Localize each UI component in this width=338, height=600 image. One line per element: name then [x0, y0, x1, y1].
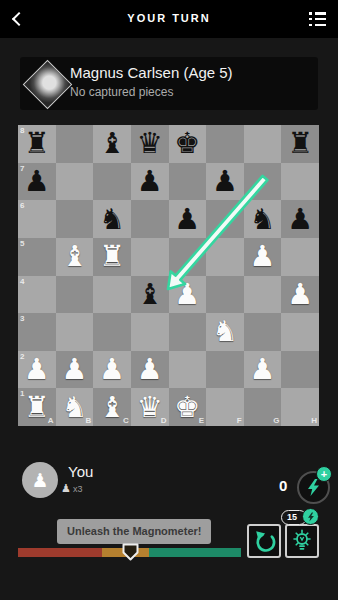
- file-label: B: [85, 416, 91, 425]
- square-c3[interactable]: [93, 313, 131, 351]
- top-bar: YOUR TURN: [0, 0, 338, 38]
- square-b4[interactable]: [56, 276, 94, 314]
- rank-label: 7: [20, 164, 24, 173]
- square-e2[interactable]: [169, 351, 207, 389]
- hint-button[interactable]: [285, 524, 319, 558]
- you-name: You: [68, 463, 93, 480]
- square-g1[interactable]: G: [244, 388, 282, 426]
- square-g2[interactable]: ♟: [244, 351, 282, 389]
- white-r-piece: ♜: [99, 242, 125, 271]
- square-f1[interactable]: F: [206, 388, 244, 426]
- opponent-name: Magnus Carlsen (Age 5): [70, 64, 233, 81]
- rank-label: 8: [20, 126, 24, 135]
- square-e7[interactable]: [169, 163, 207, 201]
- square-c7[interactable]: [93, 163, 131, 201]
- rank-label: 1: [20, 389, 24, 398]
- menu-button[interactable]: [309, 12, 326, 26]
- square-e5[interactable]: [169, 238, 207, 276]
- square-d1[interactable]: D♛: [131, 388, 169, 426]
- file-label: F: [237, 416, 242, 425]
- white-k-piece: ♚: [174, 393, 200, 422]
- white-n-piece: ♞: [61, 393, 87, 422]
- white-p-piece: ♟: [250, 355, 276, 384]
- square-h4[interactable]: ♟: [281, 276, 319, 314]
- square-a4[interactable]: 4: [18, 276, 56, 314]
- you-avatar: ♟: [22, 462, 58, 498]
- square-f8[interactable]: [206, 125, 244, 163]
- page-title: YOUR TURN: [0, 12, 338, 24]
- square-c4[interactable]: [93, 276, 131, 314]
- captured-count: x3: [73, 484, 83, 494]
- white-p-piece: ♟: [250, 242, 276, 271]
- square-b5[interactable]: ♝: [56, 238, 94, 276]
- square-d7[interactable]: ♟: [131, 163, 169, 201]
- white-p-piece: ♟: [174, 280, 200, 309]
- black-p-piece: ♟: [24, 167, 50, 196]
- square-e6[interactable]: ♟: [169, 200, 207, 238]
- square-e4[interactable]: ♟: [169, 276, 207, 314]
- file-label: A: [48, 416, 54, 425]
- square-h2[interactable]: [281, 351, 319, 389]
- square-b2[interactable]: ♟: [56, 351, 94, 389]
- white-p-piece: ♟: [24, 355, 50, 384]
- square-c5[interactable]: ♜: [93, 238, 131, 276]
- chess-board: 8♜♝♛♚♜7♟♟♟6♞♟♞♟5♝♜♟4♝♟♟3♞2♟♟♟♟♟1A♜B♞C♝D♛…: [18, 125, 319, 426]
- black-b-piece: ♝: [137, 280, 163, 309]
- square-h8[interactable]: ♜: [281, 125, 319, 163]
- square-a3[interactable]: 3: [18, 313, 56, 351]
- square-a5[interactable]: 5: [18, 238, 56, 276]
- black-p-piece: ♟: [212, 167, 238, 196]
- white-p-piece: ♟: [99, 355, 125, 384]
- square-e8[interactable]: ♚: [169, 125, 207, 163]
- square-c6[interactable]: ♞: [93, 200, 131, 238]
- square-g7[interactable]: [244, 163, 282, 201]
- lightning-bolt-icon: [306, 479, 321, 496]
- magnometer-marker: [122, 543, 139, 565]
- score-value: 0: [279, 477, 287, 494]
- square-d5[interactable]: [131, 238, 169, 276]
- list-menu-icon: [309, 12, 326, 15]
- rank-label: 2: [20, 352, 24, 361]
- square-d2[interactable]: ♟: [131, 351, 169, 389]
- square-b1[interactable]: B♞: [56, 388, 94, 426]
- square-f3[interactable]: ♞: [206, 313, 244, 351]
- square-g6[interactable]: ♞: [244, 200, 282, 238]
- square-b7[interactable]: [56, 163, 94, 201]
- white-b-piece: ♝: [61, 242, 87, 271]
- lightbulb-icon: [289, 528, 315, 554]
- square-d3[interactable]: [131, 313, 169, 351]
- square-f4[interactable]: [206, 276, 244, 314]
- square-a6[interactable]: 6: [18, 200, 56, 238]
- black-q-piece: ♛: [137, 129, 163, 158]
- rank-label: 6: [20, 201, 24, 210]
- you-captured-pieces: ♟ x3: [61, 482, 82, 495]
- square-f7[interactable]: ♟: [206, 163, 244, 201]
- square-e3[interactable]: [169, 313, 207, 351]
- game-screen: YOUR TURN Magnus Carlsen (Age 5) No capt…: [0, 0, 338, 600]
- square-b3[interactable]: [56, 313, 94, 351]
- pawn-icon: ♟: [31, 469, 48, 491]
- file-label: H: [311, 416, 317, 425]
- captured-pawn-icon: ♟: [61, 482, 71, 495]
- white-p-piece: ♟: [61, 355, 87, 384]
- add-energy-badge: +: [316, 466, 332, 482]
- square-g4[interactable]: [244, 276, 282, 314]
- square-b8[interactable]: [56, 125, 94, 163]
- black-p-piece: ♟: [287, 205, 313, 234]
- square-g8[interactable]: [244, 125, 282, 163]
- black-n-piece: ♞: [250, 205, 276, 234]
- square-e1[interactable]: E♚: [169, 388, 207, 426]
- square-c1[interactable]: C♝: [93, 388, 131, 426]
- black-r-piece: ♜: [24, 129, 50, 158]
- magnometer-tooltip: Unleash the Magnometer!: [57, 519, 211, 544]
- white-q-piece: ♛: [137, 393, 163, 422]
- meter-segment-teal: [149, 548, 241, 557]
- square-h7[interactable]: [281, 163, 319, 201]
- square-g5[interactable]: ♟: [244, 238, 282, 276]
- square-d8[interactable]: ♛: [131, 125, 169, 163]
- undo-arrow-icon: [252, 529, 276, 553]
- square-f6[interactable]: [206, 200, 244, 238]
- square-a8[interactable]: 8♜: [18, 125, 56, 163]
- rank-label: 3: [20, 314, 24, 323]
- square-h1[interactable]: H: [281, 388, 319, 426]
- file-label: D: [161, 416, 167, 425]
- opponent-captured-status: No captured pieces: [70, 85, 173, 99]
- black-b-piece: ♝: [99, 129, 125, 158]
- square-f2[interactable]: [206, 351, 244, 389]
- square-f5[interactable]: [206, 238, 244, 276]
- file-label: E: [199, 416, 204, 425]
- square-c8[interactable]: ♝: [93, 125, 131, 163]
- black-p-piece: ♟: [137, 167, 163, 196]
- square-d6[interactable]: [131, 200, 169, 238]
- white-n-piece: ♞: [212, 317, 238, 346]
- meter-segment-red: [18, 548, 102, 557]
- black-r-piece: ♜: [287, 129, 313, 158]
- square-a2[interactable]: 2♟: [18, 351, 56, 389]
- square-c2[interactable]: ♟: [93, 351, 131, 389]
- undo-button[interactable]: [247, 524, 281, 558]
- square-a1[interactable]: 1A♜: [18, 388, 56, 426]
- file-label: G: [273, 416, 279, 425]
- white-b-piece: ♝: [99, 393, 125, 422]
- rank-label: 5: [20, 239, 24, 248]
- square-b6[interactable]: [56, 200, 94, 238]
- square-h6[interactable]: ♟: [281, 200, 319, 238]
- square-h5[interactable]: [281, 238, 319, 276]
- white-p-piece: ♟: [137, 355, 163, 384]
- black-k-piece: ♚: [174, 129, 200, 158]
- white-r-piece: ♜: [24, 393, 50, 422]
- white-p-piece: ♟: [287, 280, 313, 309]
- black-p-piece: ♟: [174, 205, 200, 234]
- square-d4[interactable]: ♝: [131, 276, 169, 314]
- black-n-piece: ♞: [99, 205, 125, 234]
- hint-bolt-badge: [302, 508, 319, 525]
- square-h3[interactable]: [281, 313, 319, 351]
- file-label: C: [123, 416, 129, 425]
- square-g3[interactable]: [244, 313, 282, 351]
- square-a7[interactable]: 7♟: [18, 163, 56, 201]
- rank-label: 4: [20, 277, 24, 286]
